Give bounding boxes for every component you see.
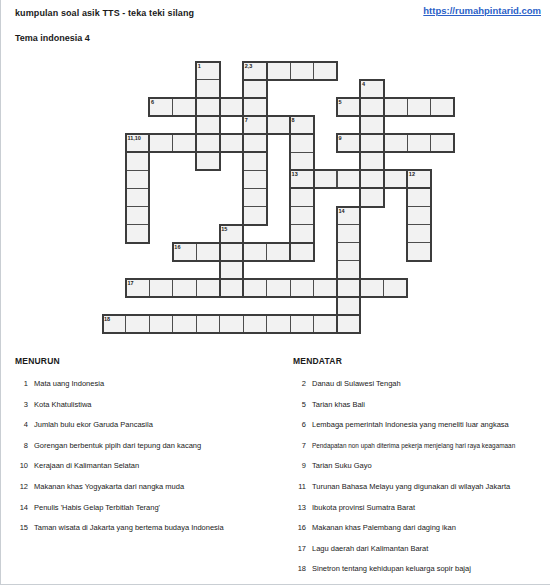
grid-cell-r12c8[interactable] (290, 279, 314, 298)
grid-cell-r12c10[interactable] (337, 279, 361, 298)
clue-text: Mata uang Indonesia (34, 379, 104, 388)
grid-cell-r0c4[interactable] (196, 61, 220, 80)
grid-cell-r9c1[interactable] (125, 224, 149, 243)
mendatar-clue-6: 6Lembaga pemerintah Indonesia yang menel… (293, 420, 550, 429)
grid-cell-r4c11[interactable] (360, 134, 384, 153)
grid-cell-r2c2[interactable] (149, 97, 173, 116)
grid-cell-r5c8[interactable] (290, 152, 314, 171)
grid-cell-r4c2[interactable] (149, 134, 173, 153)
grid-cell-r1c11[interactable] (360, 79, 384, 98)
grid-cell-r8c6[interactable] (243, 206, 267, 225)
menurun-clue-12: 12Makanan khas Yogyakarta dari nangka mu… (15, 482, 277, 491)
mendatar-clue-2: 2Danau di Sulawesi Tengah (293, 379, 550, 388)
clue-text: Gorengan berbentuk pipih dari tepung dan… (34, 441, 201, 450)
grid-cell-r6c13[interactable] (407, 170, 431, 189)
down-clues-heading: MENURUN (15, 356, 277, 366)
grid-cell-r3c6[interactable] (243, 115, 267, 134)
crossword-grid: 12,34657811,10913121415161718 (102, 61, 455, 334)
mendatar-clue-7: 7Pendapatan non upah diterima pekerja me… (293, 441, 550, 450)
grid-cell-r7c8[interactable] (290, 188, 314, 207)
clue-text: Lembaga pemerintah Indonesia yang meneli… (312, 420, 509, 429)
grid-cell-r14c7[interactable] (266, 315, 290, 334)
grid-cell-r6c10[interactable] (337, 170, 361, 189)
mendatar-clue-5: 5Tarian khas Bali (293, 400, 550, 409)
clue-text: Makanan khas Palembang dari daging ikan (312, 523, 456, 532)
grid-cell-r2c3[interactable] (172, 97, 196, 116)
clue-text: Pendapatan non upah diterima pekerja men… (312, 441, 515, 450)
menurun-clue-1: 1Mata uang Indonesia (15, 379, 277, 388)
mendatar-clue-13: 13Ibukota provinsi Sumatra Barat (293, 503, 550, 512)
clue-text: Sinetron tentang kehidupan keluarga sopi… (312, 564, 471, 573)
grid-cell-r2c12[interactable] (383, 97, 407, 116)
menurun-clue-4: 4Jumlah bulu ekor Garuda Pancasila (15, 420, 277, 429)
clue-number: 8 (15, 441, 28, 450)
grid-cell-r10c7[interactable] (266, 242, 290, 261)
clue-number: 15 (15, 523, 28, 532)
grid-cell-r10c4[interactable] (196, 242, 220, 261)
grid-cell-r11c10[interactable] (337, 260, 361, 279)
grid-cell-r14c8[interactable] (290, 315, 314, 334)
menurun-clue-8: 8Gorengan berbentuk pipih dari tepung da… (15, 441, 277, 450)
grid-cell-r10c3[interactable] (172, 242, 196, 261)
grid-cell-r12c12[interactable] (383, 279, 407, 298)
grid-cell-r1c4[interactable] (196, 79, 220, 98)
grid-cell-r3c7[interactable] (266, 115, 290, 134)
grid-cell-r4c12[interactable] (383, 134, 407, 153)
grid-cell-r7c6[interactable] (243, 188, 267, 207)
grid-cell-r14c2[interactable] (149, 315, 173, 334)
grid-cell-r12c5[interactable] (219, 279, 243, 298)
clue-text: Taman wisata di Jakarta yang bertema bud… (34, 523, 224, 532)
grid-cell-r14c3[interactable] (172, 315, 196, 334)
grid-cell-r9c5[interactable] (219, 224, 243, 243)
down-clues-list: 1Mata uang Indonesia3Kota Khatulistiwa4J… (15, 379, 277, 532)
clue-number: 2 (293, 379, 306, 388)
grid-cell-r12c9[interactable] (313, 279, 337, 298)
clue-text: Danau di Sulawesi Tengah (312, 379, 401, 388)
grid-cell-r14c10[interactable] (337, 315, 361, 334)
grid-cell-r11c5[interactable] (219, 260, 243, 279)
clue-number: 16 (293, 523, 306, 532)
clue-text: Ibukota provinsi Sumatra Barat (312, 503, 415, 512)
grid-cell-r12c11[interactable] (360, 279, 384, 298)
clue-text: Makanan khas Yogyakarta dari nangka muda (34, 482, 184, 491)
clue-number: 12 (15, 482, 28, 491)
grid-cell-r4c6[interactable] (243, 134, 267, 153)
grid-cell-r5c6[interactable] (243, 152, 267, 171)
grid-cell-r12c4[interactable] (196, 279, 220, 298)
grid-cell-r10c10[interactable] (337, 242, 361, 261)
clue-number: 4 (15, 420, 28, 429)
across-clues-list: 2Danau di Sulawesi Tengah5Tarian khas Ba… (293, 379, 550, 573)
grid-cell-r10c5[interactable] (219, 242, 243, 261)
grid-cell-r12c7[interactable] (266, 279, 290, 298)
website-link[interactable]: https://rumahpintarid.com (423, 5, 541, 16)
grid-cell-r0c9[interactable] (313, 61, 337, 80)
grid-cell-r14c0[interactable] (102, 315, 126, 334)
mendatar-clue-17: 17Lagu daerah dari Kalimantan Barat (293, 544, 550, 553)
grid-cell-r8c8[interactable] (290, 206, 314, 225)
grid-cell-r2c11[interactable] (360, 97, 384, 116)
clue-number: 5 (293, 400, 306, 409)
clue-text: Jumlah bulu ekor Garuda Pancasila (34, 420, 153, 429)
menurun-clue-14: 14Penulis 'Habis Gelap Terbitlah Terang' (15, 503, 277, 512)
grid-cell-r4c10[interactable] (337, 134, 361, 153)
across-clues-heading: MENDATAR (293, 356, 550, 366)
grid-cell-r0c6[interactable] (243, 61, 267, 80)
mendatar-clue-9: 9Tarian Suku Gayo (293, 461, 550, 470)
grid-cell-r2c6[interactable] (243, 97, 267, 116)
grid-cell-r9c13[interactable] (407, 224, 431, 243)
grid-cell-r0c8[interactable] (290, 61, 314, 80)
grid-cell-r9c10[interactable] (337, 224, 361, 243)
grid-cell-r6c11[interactable] (360, 170, 384, 189)
grid-cell-r10c8[interactable] (290, 242, 314, 261)
clue-number: 11 (293, 482, 306, 491)
mendatar-clue-18: 18Sinetron tentang kehidupan keluarga so… (293, 564, 550, 573)
grid-cell-r8c13[interactable] (407, 206, 431, 225)
clue-number: 14 (15, 503, 28, 512)
grid-cell-r6c8[interactable] (290, 170, 314, 189)
menurun-clue-15: 15Taman wisata di Jakarta yang bertema b… (15, 523, 277, 532)
clue-text: Tarian khas Bali (312, 400, 365, 409)
mendatar-clue-16: 16Makanan khas Palembang dari daging ika… (293, 523, 550, 532)
grid-cell-r2c5[interactable] (219, 97, 243, 116)
grid-cell-r6c12[interactable] (383, 170, 407, 189)
grid-cell-r8c10[interactable] (337, 206, 361, 225)
grid-cell-r2c13[interactable] (407, 97, 431, 116)
grid-cell-r1c6[interactable] (243, 79, 267, 98)
grid-cell-r6c6[interactable] (243, 170, 267, 189)
grid-cell-r14c4[interactable] (196, 315, 220, 334)
grid-cell-r9c8[interactable] (290, 224, 314, 243)
grid-cell-r5c1[interactable] (125, 152, 149, 171)
clue-text: Turunan Bahasa Melayu yang digunakan di … (312, 482, 510, 491)
clue-number: 13 (293, 503, 306, 512)
clue-number: 1 (15, 379, 28, 388)
grid-cell-r6c9[interactable] (313, 170, 337, 189)
grid-cell-r4c13[interactable] (407, 134, 431, 153)
grid-cell-r12c3[interactable] (172, 279, 196, 298)
grid-cell-r3c11[interactable] (360, 115, 384, 134)
grid-cell-r12c6[interactable] (243, 279, 267, 298)
grid-cell-r7c13[interactable] (407, 188, 431, 207)
clue-text: Penulis 'Habis Gelap Terbitlah Terang' (34, 503, 160, 512)
menurun-clue-3: 3Kota Khatulistiwa (15, 400, 277, 409)
grid-cell-r2c10[interactable] (337, 97, 361, 116)
grid-cell-r3c8[interactable] (290, 115, 314, 134)
clue-number: 18 (293, 564, 306, 573)
grid-cell-r4c14[interactable] (430, 134, 454, 153)
grid-cell-r12c2[interactable] (149, 279, 173, 298)
theme-subtitle: Tema indonesia 4 (15, 33, 90, 43)
clue-number: 3 (15, 400, 28, 409)
grid-cell-r8c1[interactable] (125, 206, 149, 225)
grid-cell-r4c4[interactable] (196, 134, 220, 153)
across-clues-section: MENDATAR 2Danau di Sulawesi Tengah5Taria… (293, 356, 550, 585)
clue-number: 6 (293, 420, 306, 429)
clue-text: Kota Khatulistiwa (34, 400, 92, 409)
clue-number: 9 (293, 461, 306, 470)
grid-cell-r14c6[interactable] (243, 315, 267, 334)
grid-cell-r4c1[interactable] (125, 134, 149, 153)
grid-cell-r5c4[interactable] (196, 152, 220, 171)
grid-cell-r7c11[interactable] (360, 188, 384, 207)
clue-text: Tarian Suku Gayo (312, 461, 372, 470)
page-title: kumpulan soal asik TTS - teka teki silan… (15, 8, 194, 18)
grid-cell-r14c5[interactable] (219, 315, 243, 334)
clue-number: 17 (293, 544, 306, 553)
grid-cell-r0c7[interactable] (266, 61, 290, 80)
grid-cell-r12c1[interactable] (125, 279, 149, 298)
grid-cell-r2c4[interactable] (196, 97, 220, 116)
grid-cell-r6c1[interactable] (125, 170, 149, 189)
clue-number: 7 (293, 441, 306, 450)
mendatar-clue-11: 11Turunan Bahasa Melayu yang digunakan d… (293, 482, 550, 491)
grid-cell-r4c3[interactable] (172, 134, 196, 153)
down-clues-section: MENURUN 1Mata uang Indonesia3Kota Khatul… (15, 356, 277, 544)
grid-cell-r4c8[interactable] (290, 134, 314, 153)
grid-cell-r13c10[interactable] (337, 297, 361, 316)
grid-cell-r10c13[interactable] (407, 242, 431, 261)
grid-cell-r3c4[interactable] (196, 115, 220, 134)
grid-cell-r4c5[interactable] (219, 134, 243, 153)
grid-cell-r14c1[interactable] (125, 315, 149, 334)
grid-cell-r7c1[interactable] (125, 188, 149, 207)
clue-text: Lagu daerah dari Kalimantan Barat (312, 544, 428, 553)
clue-number: 10 (15, 461, 28, 470)
grid-cell-r10c6[interactable] (243, 242, 267, 261)
grid-cell-r14c9[interactable] (313, 315, 337, 334)
menurun-clue-10: 10Kerajaan di Kalimantan Selatan (15, 461, 277, 470)
clue-text: Kerajaan di Kalimantan Selatan (34, 461, 139, 470)
grid-cell-r2c14[interactable] (430, 97, 454, 116)
grid-cell-r5c11[interactable] (360, 152, 384, 171)
worksheet-page: kumpulan soal asik TTS - teka teki silan… (0, 0, 550, 585)
